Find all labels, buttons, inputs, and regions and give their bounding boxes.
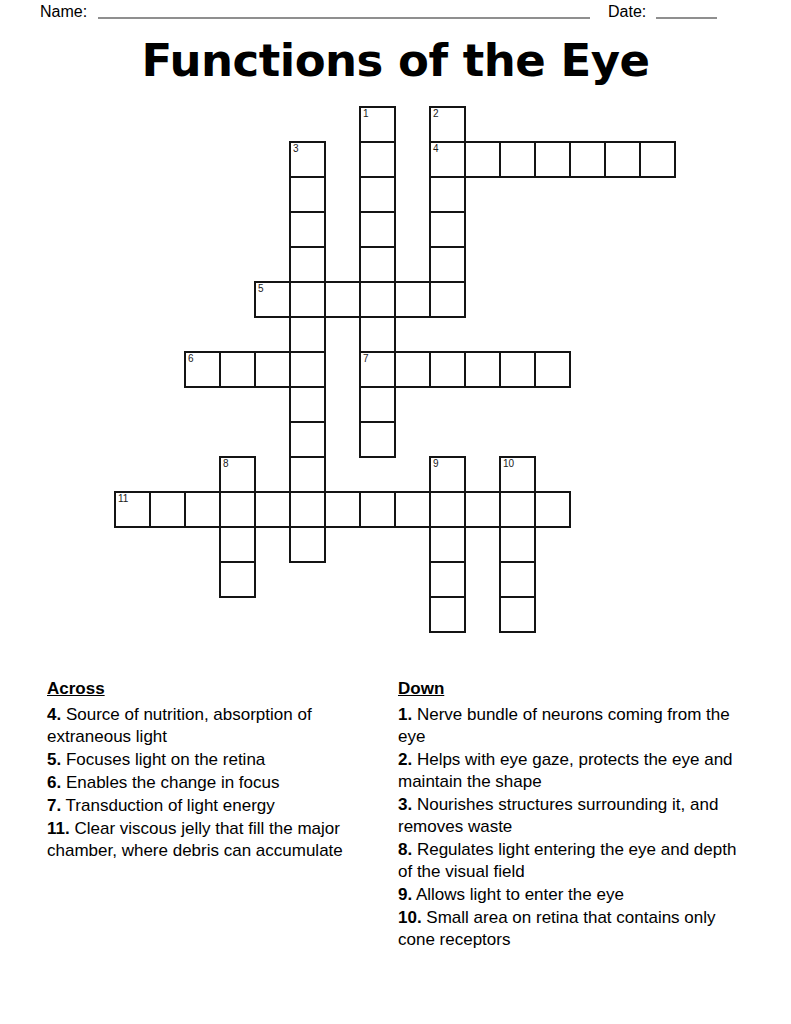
crossword-grid: 1724356891011 — [114, 106, 677, 634]
grid-cell-r14c9[interactable] — [429, 596, 466, 633]
cell-number: 8 — [223, 458, 229, 470]
grid-cell-r11c7[interactable] — [359, 491, 396, 528]
grid-cell-r3c9[interactable] — [429, 211, 466, 248]
grid-cell-r6c7[interactable] — [359, 316, 396, 353]
clue-across-6: 6. Enables the change in focus — [47, 772, 365, 794]
grid-cell-r10c3[interactable]: 8 — [219, 456, 256, 493]
grid-cell-r7c5[interactable] — [289, 351, 326, 388]
cell-number: 9 — [433, 458, 439, 470]
grid-cell-r1c15[interactable] — [639, 141, 676, 178]
grid-cell-r11c0[interactable]: 11 — [114, 491, 151, 528]
grid-cell-r11c1[interactable] — [149, 491, 186, 528]
cell-number: 10 — [503, 458, 514, 470]
grid-cell-r12c5[interactable] — [289, 526, 326, 563]
grid-cell-r5c4[interactable]: 5 — [254, 281, 291, 318]
grid-cell-r5c5[interactable] — [289, 281, 326, 318]
clue-number: 3. — [398, 795, 412, 814]
grid-cell-r10c5[interactable] — [289, 456, 326, 493]
grid-cell-r7c12[interactable] — [534, 351, 571, 388]
clue-across-4: 4. Source of nutrition, absorption of ex… — [47, 704, 365, 748]
grid-cell-r12c11[interactable] — [499, 526, 536, 563]
down-heading: Down — [398, 678, 750, 700]
across-heading: Across — [47, 678, 365, 700]
grid-cell-r12c3[interactable] — [219, 526, 256, 563]
clue-down-8: 8. Regulates light entering the eye and … — [398, 839, 750, 883]
grid-cell-r1c7[interactable] — [359, 141, 396, 178]
cell-number: 6 — [188, 353, 194, 365]
clue-number: 5. — [47, 750, 61, 769]
grid-cell-r2c9[interactable] — [429, 176, 466, 213]
clues-across-section: Across 4. Source of nutrition, absorptio… — [47, 678, 365, 863]
clue-number: 7. — [47, 796, 61, 815]
grid-cell-r1c9[interactable]: 4 — [429, 141, 466, 178]
clue-down-3: 3. Nourishes structures surrounding it, … — [398, 794, 750, 838]
grid-cell-r12c9[interactable] — [429, 526, 466, 563]
grid-cell-r1c13[interactable] — [569, 141, 606, 178]
grid-cell-r7c11[interactable] — [499, 351, 536, 388]
grid-cell-r10c9[interactable]: 9 — [429, 456, 466, 493]
clue-down-2: 2. Helps with eye gaze, protects the eye… — [398, 749, 750, 793]
grid-cell-r5c8[interactable] — [394, 281, 431, 318]
grid-cell-r7c3[interactable] — [219, 351, 256, 388]
clue-number: 11. — [47, 819, 70, 838]
grid-cell-r9c7[interactable] — [359, 421, 396, 458]
grid-cell-r8c5[interactable] — [289, 386, 326, 423]
grid-cell-r5c9[interactable] — [429, 281, 466, 318]
grid-cell-r10c11[interactable]: 10 — [499, 456, 536, 493]
grid-cell-r11c11[interactable] — [499, 491, 536, 528]
grid-cell-r11c4[interactable] — [254, 491, 291, 528]
name-line[interactable] — [98, 17, 590, 19]
date-line[interactable] — [656, 17, 717, 19]
grid-cell-r4c5[interactable] — [289, 246, 326, 283]
grid-cell-r11c8[interactable] — [394, 491, 431, 528]
grid-cell-r11c5[interactable] — [289, 491, 326, 528]
grid-cell-r2c7[interactable] — [359, 176, 396, 213]
grid-cell-r7c2[interactable]: 6 — [184, 351, 221, 388]
grid-cell-r11c9[interactable] — [429, 491, 466, 528]
grid-cell-r6c5[interactable] — [289, 316, 326, 353]
grid-cell-r11c6[interactable] — [324, 491, 361, 528]
cell-number: 4 — [433, 143, 439, 155]
grid-cell-r7c8[interactable] — [394, 351, 431, 388]
grid-cell-r5c7[interactable] — [359, 281, 396, 318]
grid-cell-r8c7[interactable] — [359, 386, 396, 423]
cell-number: 1 — [363, 108, 369, 120]
clue-number: 10. — [398, 908, 422, 927]
grid-cell-r7c7[interactable]: 7 — [359, 351, 396, 388]
grid-cell-r11c10[interactable] — [464, 491, 501, 528]
clue-down-9: 9. Allows light to enter the eye — [398, 884, 750, 906]
grid-cell-r3c5[interactable] — [289, 211, 326, 248]
clues-down-list: 1. Nerve bundle of neurons coming from t… — [398, 704, 750, 951]
clues-across-list: 4. Source of nutrition, absorption of ex… — [47, 704, 365, 862]
grid-cell-r0c9[interactable]: 2 — [429, 106, 466, 143]
grid-cell-r5c6[interactable] — [324, 281, 361, 318]
clue-across-7: 7. Transduction of light energy — [47, 795, 365, 817]
cell-number: 7 — [363, 353, 369, 365]
cell-number: 3 — [293, 143, 299, 155]
cell-number: 5 — [258, 283, 264, 295]
grid-cell-r1c5[interactable]: 3 — [289, 141, 326, 178]
clue-number: 9. — [398, 885, 412, 904]
grid-cell-r4c7[interactable] — [359, 246, 396, 283]
grid-cell-r4c9[interactable] — [429, 246, 466, 283]
grid-cell-r0c7[interactable]: 1 — [359, 106, 396, 143]
grid-cell-r9c5[interactable] — [289, 421, 326, 458]
grid-cell-r7c10[interactable] — [464, 351, 501, 388]
clue-number: 1. — [398, 705, 412, 724]
name-label: Name: — [40, 3, 87, 21]
clue-across-5: 5. Focuses light on the retina — [47, 749, 365, 771]
clue-number: 6. — [47, 773, 61, 792]
page-title: Functions of the Eye — [0, 34, 791, 87]
clue-down-1: 1. Nerve bundle of neurons coming from t… — [398, 704, 750, 748]
grid-cell-r13c11[interactable] — [499, 561, 536, 598]
grid-cell-r3c7[interactable] — [359, 211, 396, 248]
grid-cell-r7c9[interactable] — [429, 351, 466, 388]
clue-number: 4. — [47, 705, 61, 724]
grid-cell-r11c12[interactable] — [534, 491, 571, 528]
clue-number: 8. — [398, 840, 412, 859]
grid-cell-r13c3[interactable] — [219, 561, 256, 598]
grid-cell-r1c11[interactable] — [499, 141, 536, 178]
grid-cell-r1c10[interactable] — [464, 141, 501, 178]
grid-cell-r13c9[interactable] — [429, 561, 466, 598]
clue-down-10: 10. Small area on retina that contains o… — [398, 907, 750, 951]
grid-cell-r1c12[interactable] — [534, 141, 571, 178]
clue-across-11: 11. Clear viscous jelly that fill the ma… — [47, 818, 365, 862]
cell-number: 2 — [433, 108, 439, 120]
grid-cell-r2c5[interactable] — [289, 176, 326, 213]
grid-cell-r7c4[interactable] — [254, 351, 291, 388]
grid-cell-r11c2[interactable] — [184, 491, 221, 528]
clue-number: 2. — [398, 750, 412, 769]
grid-cell-r1c14[interactable] — [604, 141, 641, 178]
grid-cell-r11c3[interactable] — [219, 491, 256, 528]
clues-down-section: Down 1. Nerve bundle of neurons coming f… — [398, 678, 750, 952]
date-label: Date: — [608, 3, 646, 21]
worksheet-page: Name: Date: Functions of the Eye 1724356… — [0, 0, 791, 1024]
grid-cell-r14c11[interactable] — [499, 596, 536, 633]
cell-number: 11 — [118, 493, 128, 505]
